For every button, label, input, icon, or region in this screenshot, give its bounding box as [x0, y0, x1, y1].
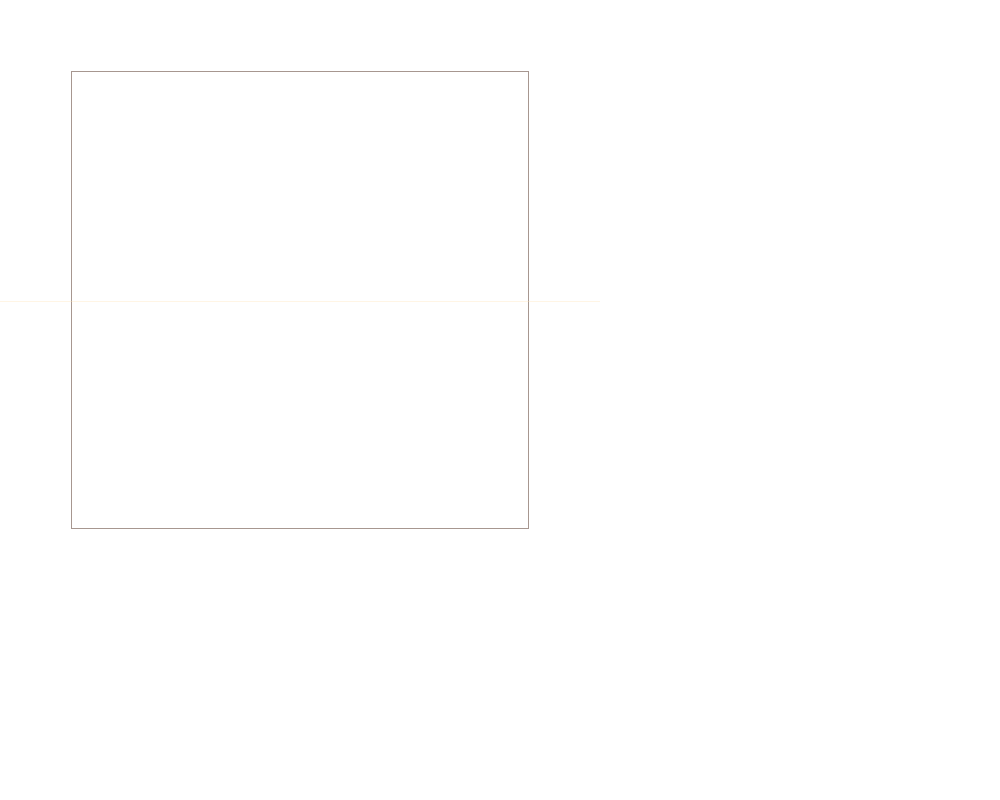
product-photo-scene: [0, 0, 1000, 800]
fold-seam: [0, 299, 600, 302]
chess-board: [0, 0, 600, 600]
